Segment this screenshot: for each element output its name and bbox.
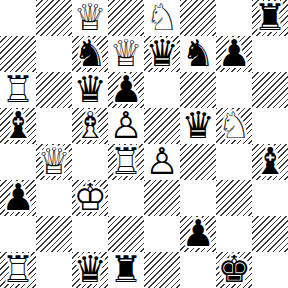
square-c5[interactable]: ♝♗ [72, 108, 108, 144]
black-queen-halo: ♛ [180, 107, 216, 143]
square-f4[interactable] [180, 144, 216, 180]
square-d4[interactable]: ♜♖ [108, 144, 144, 180]
square-h8[interactable]: ♜♜ [252, 0, 288, 36]
black-queen-halo: ♛ [72, 251, 108, 287]
black-queen-halo: ♛ [144, 35, 180, 71]
black-queen-halo: ♛ [72, 71, 108, 107]
square-a7[interactable] [0, 36, 36, 72]
square-g7[interactable]: ♟♟ [216, 36, 252, 72]
square-a8[interactable] [0, 0, 36, 36]
black-queen-icon: ♛ [72, 71, 108, 107]
square-e6[interactable] [144, 72, 180, 108]
white-rook-icon: ♖ [108, 143, 144, 179]
white-rook-halo: ♜ [108, 143, 144, 179]
white-knight-icon: ♘ [216, 107, 252, 143]
black-pawn-icon: ♟ [0, 179, 36, 215]
white-queen-icon: ♕ [108, 35, 144, 71]
black-pawn-icon: ♟ [108, 71, 144, 107]
white-knight-halo: ♞ [144, 0, 180, 35]
white-knight-icon: ♘ [144, 0, 180, 35]
white-rook-icon: ♖ [0, 251, 36, 287]
white-bishop-icon: ♗ [72, 107, 108, 143]
square-c7[interactable]: ♞♞ [72, 36, 108, 72]
square-c2[interactable] [72, 216, 108, 252]
square-b4[interactable]: ♛♕ [36, 144, 72, 180]
square-e8[interactable]: ♞♘ [144, 0, 180, 36]
white-queen-icon: ♕ [72, 0, 108, 35]
black-pawn-halo: ♟ [180, 215, 216, 251]
black-rook-icon: ♜ [252, 0, 288, 35]
square-f5[interactable]: ♛♛ [180, 108, 216, 144]
square-d3[interactable] [108, 180, 144, 216]
black-king-halo: ♚ [216, 251, 252, 287]
square-e7[interactable]: ♛♛ [144, 36, 180, 72]
square-g2[interactable] [216, 216, 252, 252]
black-queen-icon: ♛ [180, 107, 216, 143]
square-b6[interactable] [36, 72, 72, 108]
black-bishop-halo: ♝ [252, 143, 288, 179]
square-h5[interactable] [252, 108, 288, 144]
black-queen-icon: ♛ [72, 251, 108, 287]
white-knight-halo: ♞ [216, 107, 252, 143]
white-pawn-icon: ♙ [144, 143, 180, 179]
black-bishop-halo: ♝ [0, 107, 36, 143]
square-c4[interactable] [72, 144, 108, 180]
chess-diagram: ♛♕♞♘♜♜♞♞♛♕♛♛♞♞♟♟♜♖♛♛♟♟♝♝♝♗♟♙♛♛♞♘♛♕♜♖♟♙♝♝… [0, 0, 288, 288]
square-g8[interactable] [216, 0, 252, 36]
square-a4[interactable] [0, 144, 36, 180]
black-bishop-icon: ♝ [252, 143, 288, 179]
square-b1[interactable] [36, 252, 72, 288]
square-b3[interactable] [36, 180, 72, 216]
square-e2[interactable] [144, 216, 180, 252]
black-king-icon: ♚ [216, 251, 252, 287]
black-knight-halo: ♞ [180, 35, 216, 71]
square-h1[interactable] [252, 252, 288, 288]
square-h7[interactable] [252, 36, 288, 72]
square-g1[interactable]: ♚♚ [216, 252, 252, 288]
chess-board: ♛♕♞♘♜♜♞♞♛♕♛♛♞♞♟♟♜♖♛♛♟♟♝♝♝♗♟♙♛♛♞♘♛♕♜♖♟♙♝♝… [0, 0, 288, 288]
white-king-icon: ♔ [72, 179, 108, 215]
square-c6[interactable]: ♛♛ [72, 72, 108, 108]
black-pawn-halo: ♟ [0, 179, 36, 215]
black-rook-halo: ♜ [108, 251, 144, 287]
white-queen-halo: ♛ [72, 0, 108, 35]
black-rook-halo: ♜ [252, 0, 288, 35]
square-g4[interactable] [216, 144, 252, 180]
square-h2[interactable] [252, 216, 288, 252]
white-king-halo: ♚ [72, 179, 108, 215]
square-e3[interactable] [144, 180, 180, 216]
square-a2[interactable] [0, 216, 36, 252]
square-e4[interactable]: ♟♙ [144, 144, 180, 180]
square-a5[interactable]: ♝♝ [0, 108, 36, 144]
square-d7[interactable]: ♛♕ [108, 36, 144, 72]
square-d1[interactable]: ♜♜ [108, 252, 144, 288]
square-c1[interactable]: ♛♛ [72, 252, 108, 288]
square-c8[interactable]: ♛♕ [72, 0, 108, 36]
black-pawn-halo: ♟ [216, 35, 252, 71]
square-b5[interactable] [36, 108, 72, 144]
square-f1[interactable] [180, 252, 216, 288]
square-f6[interactable] [180, 72, 216, 108]
square-d2[interactable] [108, 216, 144, 252]
square-f7[interactable]: ♞♞ [180, 36, 216, 72]
square-g6[interactable] [216, 72, 252, 108]
black-pawn-icon: ♟ [180, 215, 216, 251]
black-pawn-icon: ♟ [216, 35, 252, 71]
square-h4[interactable]: ♝♝ [252, 144, 288, 180]
square-d6[interactable]: ♟♟ [108, 72, 144, 108]
square-e1[interactable] [144, 252, 180, 288]
square-b7[interactable] [36, 36, 72, 72]
square-f8[interactable] [180, 0, 216, 36]
white-queen-halo: ♛ [36, 143, 72, 179]
square-a6[interactable]: ♜♖ [0, 72, 36, 108]
square-f2[interactable]: ♟♟ [180, 216, 216, 252]
square-b8[interactable] [36, 0, 72, 36]
square-d5[interactable]: ♟♙ [108, 108, 144, 144]
white-queen-halo: ♛ [108, 35, 144, 71]
white-bishop-halo: ♝ [72, 107, 108, 143]
square-a1[interactable]: ♜♖ [0, 252, 36, 288]
black-knight-halo: ♞ [72, 35, 108, 71]
square-g5[interactable]: ♞♘ [216, 108, 252, 144]
square-d8[interactable] [108, 0, 144, 36]
black-knight-icon: ♞ [180, 35, 216, 71]
square-g3[interactable] [216, 180, 252, 216]
square-b2[interactable] [36, 216, 72, 252]
black-queen-icon: ♛ [144, 35, 180, 71]
black-knight-icon: ♞ [72, 35, 108, 71]
square-a3[interactable]: ♟♟ [0, 180, 36, 216]
white-pawn-halo: ♟ [144, 143, 180, 179]
square-f3[interactable] [180, 180, 216, 216]
square-e5[interactable] [144, 108, 180, 144]
square-c3[interactable]: ♚♔ [72, 180, 108, 216]
white-pawn-halo: ♟ [108, 107, 144, 143]
square-h6[interactable] [252, 72, 288, 108]
white-rook-halo: ♜ [0, 251, 36, 287]
black-pawn-halo: ♟ [108, 71, 144, 107]
white-rook-icon: ♖ [0, 71, 36, 107]
white-pawn-icon: ♙ [108, 107, 144, 143]
square-h3[interactable] [252, 180, 288, 216]
white-queen-icon: ♕ [36, 143, 72, 179]
white-rook-halo: ♜ [0, 71, 36, 107]
black-rook-icon: ♜ [108, 251, 144, 287]
black-bishop-icon: ♝ [0, 107, 36, 143]
